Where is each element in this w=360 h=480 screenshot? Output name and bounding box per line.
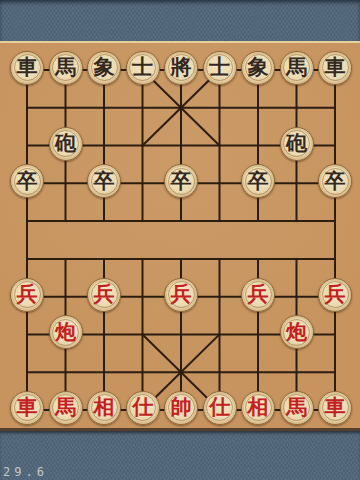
piece-red-soldier[interactable]: 兵 bbox=[164, 278, 198, 312]
piece-black-general[interactable]: 將 bbox=[164, 51, 198, 85]
board-point[interactable] bbox=[200, 125, 239, 163]
board-point[interactable] bbox=[123, 200, 162, 238]
board-point[interactable] bbox=[46, 162, 85, 200]
piece-black-cannon[interactable]: 砲 bbox=[280, 127, 314, 161]
board-point[interactable] bbox=[316, 238, 355, 276]
piece-red-horse[interactable]: 馬 bbox=[280, 391, 314, 425]
piece-red-soldier[interactable]: 兵 bbox=[87, 278, 121, 312]
board-point[interactable] bbox=[123, 162, 162, 200]
piece-red-soldier[interactable]: 兵 bbox=[241, 278, 275, 312]
board-point[interactable] bbox=[8, 238, 47, 276]
board-point[interactable] bbox=[85, 200, 124, 238]
board-point[interactable]: 士 bbox=[123, 49, 162, 87]
board-point[interactable]: 象 bbox=[239, 49, 278, 87]
board-point[interactable]: 砲 bbox=[277, 125, 316, 163]
board-point[interactable]: 砲 bbox=[46, 125, 85, 163]
board-point[interactable] bbox=[277, 238, 316, 276]
xiangqi-board: 車馬象士將士象馬車砲砲卒卒卒卒卒兵兵兵兵兵炮炮車馬相仕帥仕相馬車 bbox=[0, 41, 360, 431]
board-point[interactable] bbox=[85, 87, 124, 125]
board-point[interactable] bbox=[123, 125, 162, 163]
board-point[interactable] bbox=[46, 87, 85, 125]
board-point[interactable] bbox=[277, 87, 316, 125]
board-point[interactable]: 帥 bbox=[162, 389, 201, 427]
board-point[interactable] bbox=[162, 200, 201, 238]
piece-red-soldier[interactable]: 兵 bbox=[318, 278, 352, 312]
board-point[interactable]: 兵 bbox=[162, 276, 201, 314]
board-point[interactable] bbox=[85, 313, 124, 351]
board-point[interactable] bbox=[316, 125, 355, 163]
board-point[interactable] bbox=[200, 238, 239, 276]
board-point[interactable]: 車 bbox=[8, 49, 47, 87]
board-point[interactable] bbox=[239, 238, 278, 276]
board-point[interactable] bbox=[200, 162, 239, 200]
piece-red-soldier[interactable]: 兵 bbox=[10, 278, 44, 312]
board-intersections: 車馬象士將士象馬車砲砲卒卒卒卒卒兵兵兵兵兵炮炮車馬相仕帥仕相馬車 bbox=[8, 49, 355, 427]
board-point[interactable] bbox=[239, 351, 278, 389]
piece-red-elephant[interactable]: 相 bbox=[87, 391, 121, 425]
bottom-bar: 29.6 bbox=[0, 431, 360, 480]
board-point[interactable]: 卒 bbox=[239, 162, 278, 200]
board-point[interactable]: 兵 bbox=[316, 276, 355, 314]
board-point[interactable] bbox=[277, 276, 316, 314]
board-point[interactable]: 卒 bbox=[316, 162, 355, 200]
board-point[interactable] bbox=[239, 125, 278, 163]
board-point[interactable]: 卒 bbox=[85, 162, 124, 200]
piece-red-chariot[interactable]: 車 bbox=[10, 391, 44, 425]
board-point[interactable]: 仕 bbox=[200, 389, 239, 427]
board-point[interactable] bbox=[85, 125, 124, 163]
board-point[interactable] bbox=[239, 87, 278, 125]
board-point[interactable] bbox=[162, 125, 201, 163]
board-point[interactable] bbox=[200, 313, 239, 351]
board-point[interactable] bbox=[239, 313, 278, 351]
piece-black-chariot[interactable]: 車 bbox=[318, 51, 352, 85]
timer-text: 29.6 bbox=[3, 465, 48, 479]
board-point[interactable] bbox=[46, 276, 85, 314]
board-point[interactable] bbox=[162, 313, 201, 351]
piece-black-advisor[interactable]: 士 bbox=[203, 51, 237, 85]
board-point[interactable] bbox=[200, 87, 239, 125]
board-point[interactable]: 馬 bbox=[46, 389, 85, 427]
board-point[interactable]: 車 bbox=[316, 389, 355, 427]
board-point[interactable] bbox=[316, 200, 355, 238]
piece-black-soldier[interactable]: 卒 bbox=[87, 164, 121, 198]
piece-black-soldier[interactable]: 卒 bbox=[10, 164, 44, 198]
piece-black-cannon[interactable]: 砲 bbox=[49, 127, 83, 161]
top-bar bbox=[0, 0, 360, 41]
piece-black-advisor[interactable]: 士 bbox=[126, 51, 160, 85]
board-point[interactable] bbox=[85, 238, 124, 276]
piece-black-chariot[interactable]: 車 bbox=[10, 51, 44, 85]
board-point[interactable] bbox=[162, 238, 201, 276]
board-point[interactable] bbox=[8, 200, 47, 238]
board-point[interactable] bbox=[123, 313, 162, 351]
board-point[interactable]: 兵 bbox=[8, 276, 47, 314]
board-point[interactable] bbox=[8, 87, 47, 125]
piece-red-chariot[interactable]: 車 bbox=[318, 391, 352, 425]
board-point[interactable]: 炮 bbox=[46, 313, 85, 351]
board-point[interactable] bbox=[8, 313, 47, 351]
board-point[interactable] bbox=[162, 351, 201, 389]
board-point[interactable] bbox=[123, 276, 162, 314]
piece-black-horse[interactable]: 馬 bbox=[49, 51, 83, 85]
board-point[interactable] bbox=[162, 87, 201, 125]
board-point[interactable]: 相 bbox=[239, 389, 278, 427]
piece-black-soldier[interactable]: 卒 bbox=[164, 164, 198, 198]
piece-red-advisor[interactable]: 仕 bbox=[203, 391, 237, 425]
board-point[interactable]: 炮 bbox=[277, 313, 316, 351]
board-point[interactable] bbox=[46, 238, 85, 276]
board-point[interactable] bbox=[277, 351, 316, 389]
board-point[interactable] bbox=[85, 351, 124, 389]
piece-black-soldier[interactable]: 卒 bbox=[318, 164, 352, 198]
board-point[interactable] bbox=[277, 200, 316, 238]
board-point[interactable]: 相 bbox=[85, 389, 124, 427]
piece-red-elephant[interactable]: 相 bbox=[241, 391, 275, 425]
board-point[interactable]: 馬 bbox=[46, 49, 85, 87]
piece-red-horse[interactable]: 馬 bbox=[49, 391, 83, 425]
board-point[interactable] bbox=[239, 200, 278, 238]
board-point[interactable]: 卒 bbox=[162, 162, 201, 200]
board-point[interactable] bbox=[123, 238, 162, 276]
board-point[interactable]: 士 bbox=[200, 49, 239, 87]
piece-red-cannon[interactable]: 炮 bbox=[280, 315, 314, 349]
board-point[interactable]: 車 bbox=[316, 49, 355, 87]
board-point[interactable] bbox=[123, 351, 162, 389]
board-point[interactable] bbox=[8, 125, 47, 163]
board-point[interactable]: 兵 bbox=[239, 276, 278, 314]
piece-red-advisor[interactable]: 仕 bbox=[126, 391, 160, 425]
board-point[interactable] bbox=[277, 162, 316, 200]
board-point[interactable] bbox=[316, 87, 355, 125]
board-point[interactable] bbox=[316, 313, 355, 351]
piece-black-elephant[interactable]: 象 bbox=[241, 51, 275, 85]
board-point[interactable] bbox=[46, 351, 85, 389]
board-point[interactable] bbox=[200, 351, 239, 389]
board-point[interactable] bbox=[200, 276, 239, 314]
game-screen: 車馬象士將士象馬車砲砲卒卒卒卒卒兵兵兵兵兵炮炮車馬相仕帥仕相馬車 29.6 bbox=[0, 0, 360, 480]
board-point[interactable] bbox=[316, 351, 355, 389]
board-point[interactable]: 仕 bbox=[123, 389, 162, 427]
piece-red-general[interactable]: 帥 bbox=[164, 391, 198, 425]
board-point[interactable]: 將 bbox=[162, 49, 201, 87]
board-point[interactable]: 車 bbox=[8, 389, 47, 427]
piece-red-cannon[interactable]: 炮 bbox=[49, 315, 83, 349]
board-point[interactable]: 馬 bbox=[277, 389, 316, 427]
board-point[interactable]: 兵 bbox=[85, 276, 124, 314]
board-point[interactable] bbox=[123, 87, 162, 125]
board-point[interactable] bbox=[46, 200, 85, 238]
piece-black-soldier[interactable]: 卒 bbox=[241, 164, 275, 198]
piece-black-horse[interactable]: 馬 bbox=[280, 51, 314, 85]
board-point[interactable]: 馬 bbox=[277, 49, 316, 87]
board-point[interactable] bbox=[200, 200, 239, 238]
piece-black-elephant[interactable]: 象 bbox=[87, 51, 121, 85]
board-point[interactable]: 卒 bbox=[8, 162, 47, 200]
board-point[interactable]: 象 bbox=[85, 49, 124, 87]
board-point[interactable] bbox=[8, 351, 47, 389]
